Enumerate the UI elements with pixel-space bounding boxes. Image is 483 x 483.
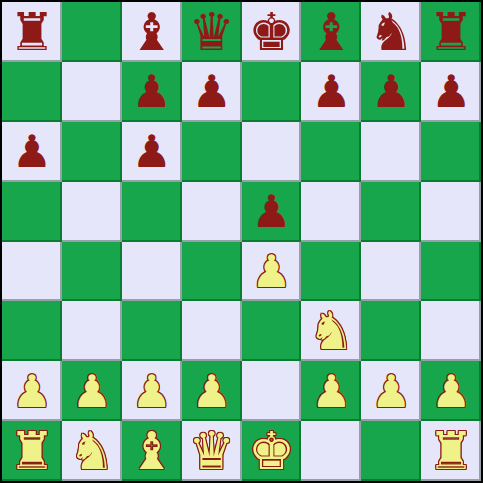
square-e1[interactable]: ♚ — [242, 421, 302, 481]
black-knight[interactable]: ♞ — [368, 6, 415, 58]
black-pawn[interactable]: ♟ — [431, 69, 471, 114]
square-a2[interactable]: ♟ — [2, 361, 62, 421]
square-e6[interactable] — [242, 122, 302, 182]
square-c5[interactable] — [122, 182, 182, 242]
square-e8[interactable]: ♚ — [242, 2, 302, 62]
square-d7[interactable]: ♟ — [182, 62, 242, 122]
square-d3[interactable] — [182, 301, 242, 361]
white-pawn[interactable]: ♟ — [132, 369, 172, 414]
white-pawn[interactable]: ♟ — [311, 369, 351, 414]
square-h1[interactable]: ♜ — [421, 421, 481, 481]
square-a7[interactable] — [2, 62, 62, 122]
square-a8[interactable]: ♜ — [2, 2, 62, 62]
square-f5[interactable] — [301, 182, 361, 242]
square-c7[interactable]: ♟ — [122, 62, 182, 122]
square-b2[interactable]: ♟ — [62, 361, 122, 421]
square-a3[interactable] — [2, 301, 62, 361]
square-c3[interactable] — [122, 301, 182, 361]
square-c1[interactable]: ♝ — [122, 421, 182, 481]
black-pawn[interactable]: ♟ — [132, 129, 172, 174]
square-c8[interactable]: ♝ — [122, 2, 182, 62]
square-a5[interactable] — [2, 182, 62, 242]
square-g7[interactable]: ♟ — [361, 62, 421, 122]
chess-board: ♜♝♛♚♝♞♜♟♟♟♟♟♟♟♟♟♞♟♟♟♟♟♟♟♜♞♝♛♚♜ — [0, 0, 483, 483]
square-a6[interactable]: ♟ — [2, 122, 62, 182]
square-b1[interactable]: ♞ — [62, 421, 122, 481]
white-pawn[interactable]: ♟ — [191, 369, 231, 414]
black-bishop[interactable]: ♝ — [128, 6, 175, 58]
square-h4[interactable] — [421, 242, 481, 302]
square-f8[interactable]: ♝ — [301, 2, 361, 62]
white-pawn[interactable]: ♟ — [12, 369, 52, 414]
square-g2[interactable]: ♟ — [361, 361, 421, 421]
square-d8[interactable]: ♛ — [182, 2, 242, 62]
square-e3[interactable] — [242, 301, 302, 361]
square-e4[interactable]: ♟ — [242, 242, 302, 302]
square-f3[interactable]: ♞ — [301, 301, 361, 361]
black-pawn[interactable]: ♟ — [251, 189, 291, 234]
square-d4[interactable] — [182, 242, 242, 302]
square-d6[interactable] — [182, 122, 242, 182]
square-d5[interactable] — [182, 182, 242, 242]
square-b7[interactable] — [62, 62, 122, 122]
square-h5[interactable] — [421, 182, 481, 242]
black-pawn[interactable]: ♟ — [371, 69, 411, 114]
square-a1[interactable]: ♜ — [2, 421, 62, 481]
square-g5[interactable] — [361, 182, 421, 242]
square-g1[interactable] — [361, 421, 421, 481]
white-knight[interactable]: ♞ — [308, 305, 355, 357]
square-d1[interactable]: ♛ — [182, 421, 242, 481]
black-pawn[interactable]: ♟ — [132, 69, 172, 114]
black-pawn[interactable]: ♟ — [311, 69, 351, 114]
square-g3[interactable] — [361, 301, 421, 361]
square-h6[interactable] — [421, 122, 481, 182]
square-b4[interactable] — [62, 242, 122, 302]
square-c4[interactable] — [122, 242, 182, 302]
square-g6[interactable] — [361, 122, 421, 182]
white-pawn[interactable]: ♟ — [431, 369, 471, 414]
white-pawn[interactable]: ♟ — [72, 369, 112, 414]
square-d2[interactable]: ♟ — [182, 361, 242, 421]
square-h8[interactable]: ♜ — [421, 2, 481, 62]
black-pawn[interactable]: ♟ — [191, 69, 231, 114]
square-f1[interactable] — [301, 421, 361, 481]
square-h2[interactable]: ♟ — [421, 361, 481, 421]
white-pawn[interactable]: ♟ — [371, 369, 411, 414]
square-h7[interactable]: ♟ — [421, 62, 481, 122]
black-queen[interactable]: ♛ — [188, 6, 235, 58]
square-b6[interactable] — [62, 122, 122, 182]
square-f4[interactable] — [301, 242, 361, 302]
white-knight[interactable]: ♞ — [69, 425, 116, 477]
square-f6[interactable] — [301, 122, 361, 182]
square-e2[interactable] — [242, 361, 302, 421]
black-bishop[interactable]: ♝ — [308, 6, 355, 58]
square-g4[interactable] — [361, 242, 421, 302]
square-e5[interactable]: ♟ — [242, 182, 302, 242]
square-c6[interactable]: ♟ — [122, 122, 182, 182]
square-b5[interactable] — [62, 182, 122, 242]
square-h3[interactable] — [421, 301, 481, 361]
black-rook[interactable]: ♜ — [428, 6, 475, 58]
white-pawn[interactable]: ♟ — [251, 249, 291, 294]
square-b3[interactable] — [62, 301, 122, 361]
black-king[interactable]: ♚ — [248, 6, 295, 58]
square-e7[interactable] — [242, 62, 302, 122]
square-g8[interactable]: ♞ — [361, 2, 421, 62]
square-f7[interactable]: ♟ — [301, 62, 361, 122]
white-bishop[interactable]: ♝ — [128, 425, 175, 477]
square-c2[interactable]: ♟ — [122, 361, 182, 421]
black-pawn[interactable]: ♟ — [12, 129, 52, 174]
black-rook[interactable]: ♜ — [9, 6, 56, 58]
white-king[interactable]: ♚ — [248, 425, 295, 477]
square-a4[interactable] — [2, 242, 62, 302]
white-rook[interactable]: ♜ — [9, 425, 56, 477]
square-b8[interactable] — [62, 2, 122, 62]
white-queen[interactable]: ♛ — [188, 425, 235, 477]
white-rook[interactable]: ♜ — [428, 425, 475, 477]
square-f2[interactable]: ♟ — [301, 361, 361, 421]
